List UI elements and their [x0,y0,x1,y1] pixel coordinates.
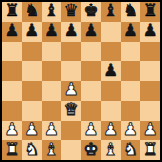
square-c8[interactable]: ♝ [42,2,62,22]
square-c4[interactable] [42,81,62,101]
square-e6[interactable] [81,42,101,62]
square-h3[interactable] [140,101,160,121]
square-c7[interactable]: ♟ [42,22,62,42]
square-b8[interactable]: ♞ [22,2,42,22]
square-f7[interactable] [101,22,121,42]
square-d3[interactable]: ♛ [61,101,81,121]
square-b2[interactable]: ♟ [22,121,42,141]
square-h5[interactable] [140,61,160,81]
square-g3[interactable] [121,101,141,121]
white-pawn[interactable]: ♟ [24,121,39,138]
square-h8[interactable]: ♜ [140,2,160,22]
square-f4[interactable] [101,81,121,101]
black-pawn[interactable]: ♟ [4,22,19,39]
square-f3[interactable] [101,101,121,121]
square-e4[interactable] [81,81,101,101]
white-rook[interactable]: ♜ [143,141,158,158]
chess-board: ♜♞♝♛♚♝♞♜♟♟♟♟♟♟♟♟♟♛♟♟♟♟♟♟♟♜♞♝♚♝♞♜ [0,0,162,162]
square-a8[interactable]: ♜ [2,2,22,22]
square-b7[interactable]: ♟ [22,22,42,42]
white-pawn[interactable]: ♟ [4,121,19,138]
square-f1[interactable]: ♝ [101,140,121,160]
square-f6[interactable] [101,42,121,62]
square-d4[interactable]: ♟ [61,81,81,101]
square-h7[interactable]: ♟ [140,22,160,42]
black-pawn[interactable]: ♟ [64,22,79,39]
square-g1[interactable]: ♞ [121,140,141,160]
white-knight[interactable]: ♞ [123,141,138,158]
square-d1[interactable] [61,140,81,160]
black-rook[interactable]: ♜ [4,2,19,19]
black-pawn[interactable]: ♟ [44,22,59,39]
square-g2[interactable]: ♟ [121,121,141,141]
black-pawn[interactable]: ♟ [83,22,98,39]
white-pawn[interactable]: ♟ [143,121,158,138]
square-g7[interactable]: ♟ [121,22,141,42]
white-rook[interactable]: ♜ [4,141,19,158]
square-d6[interactable] [61,42,81,62]
white-king[interactable]: ♚ [83,141,98,158]
black-bishop[interactable]: ♝ [103,2,118,19]
white-knight[interactable]: ♞ [24,141,39,158]
square-c2[interactable]: ♟ [42,121,62,141]
black-rook[interactable]: ♜ [143,2,158,19]
square-d8[interactable]: ♛ [61,2,81,22]
square-c6[interactable] [42,42,62,62]
square-b1[interactable]: ♞ [22,140,42,160]
square-b5[interactable] [22,61,42,81]
black-knight[interactable]: ♞ [123,2,138,19]
white-pawn[interactable]: ♟ [123,121,138,138]
black-pawn[interactable]: ♟ [143,22,158,39]
square-g5[interactable] [121,61,141,81]
square-g6[interactable] [121,42,141,62]
square-c3[interactable] [42,101,62,121]
square-d5[interactable] [61,61,81,81]
white-pawn[interactable]: ♟ [103,121,118,138]
square-e3[interactable] [81,101,101,121]
black-king[interactable]: ♚ [83,2,98,19]
square-e1[interactable]: ♚ [81,140,101,160]
white-pawn[interactable]: ♟ [83,121,98,138]
square-c5[interactable] [42,61,62,81]
white-pawn[interactable]: ♟ [44,121,59,138]
square-e8[interactable]: ♚ [81,2,101,22]
square-e5[interactable] [81,61,101,81]
white-pawn[interactable]: ♟ [64,81,79,98]
square-a6[interactable] [2,42,22,62]
square-a1[interactable]: ♜ [2,140,22,160]
square-f5[interactable]: ♟ [101,61,121,81]
black-knight[interactable]: ♞ [24,2,39,19]
square-a5[interactable] [2,61,22,81]
black-pawn[interactable]: ♟ [24,22,39,39]
square-h6[interactable] [140,42,160,62]
black-pawn[interactable]: ♟ [103,62,118,79]
square-a3[interactable] [2,101,22,121]
square-f2[interactable]: ♟ [101,121,121,141]
square-a4[interactable] [2,81,22,101]
square-a2[interactable]: ♟ [2,121,22,141]
square-e7[interactable]: ♟ [81,22,101,42]
white-queen[interactable]: ♛ [64,101,79,118]
square-g8[interactable]: ♞ [121,2,141,22]
square-a7[interactable]: ♟ [2,22,22,42]
square-h4[interactable] [140,81,160,101]
square-b3[interactable] [22,101,42,121]
square-d7[interactable]: ♟ [61,22,81,42]
chess-app: ♜♞♝♛♚♝♞♜♟♟♟♟♟♟♟♟♟♛♟♟♟♟♟♟♟♜♞♝♚♝♞♜ [0,0,162,162]
black-bishop[interactable]: ♝ [44,2,59,19]
white-bishop[interactable]: ♝ [44,141,59,158]
square-b4[interactable] [22,81,42,101]
white-bishop[interactable]: ♝ [103,141,118,158]
square-b6[interactable] [22,42,42,62]
square-g4[interactable] [121,81,141,101]
black-pawn[interactable]: ♟ [123,22,138,39]
square-d2[interactable] [61,121,81,141]
black-queen[interactable]: ♛ [64,2,79,19]
square-f8[interactable]: ♝ [101,2,121,22]
square-h1[interactable]: ♜ [140,140,160,160]
square-c1[interactable]: ♝ [42,140,62,160]
square-e2[interactable]: ♟ [81,121,101,141]
square-h2[interactable]: ♟ [140,121,160,141]
